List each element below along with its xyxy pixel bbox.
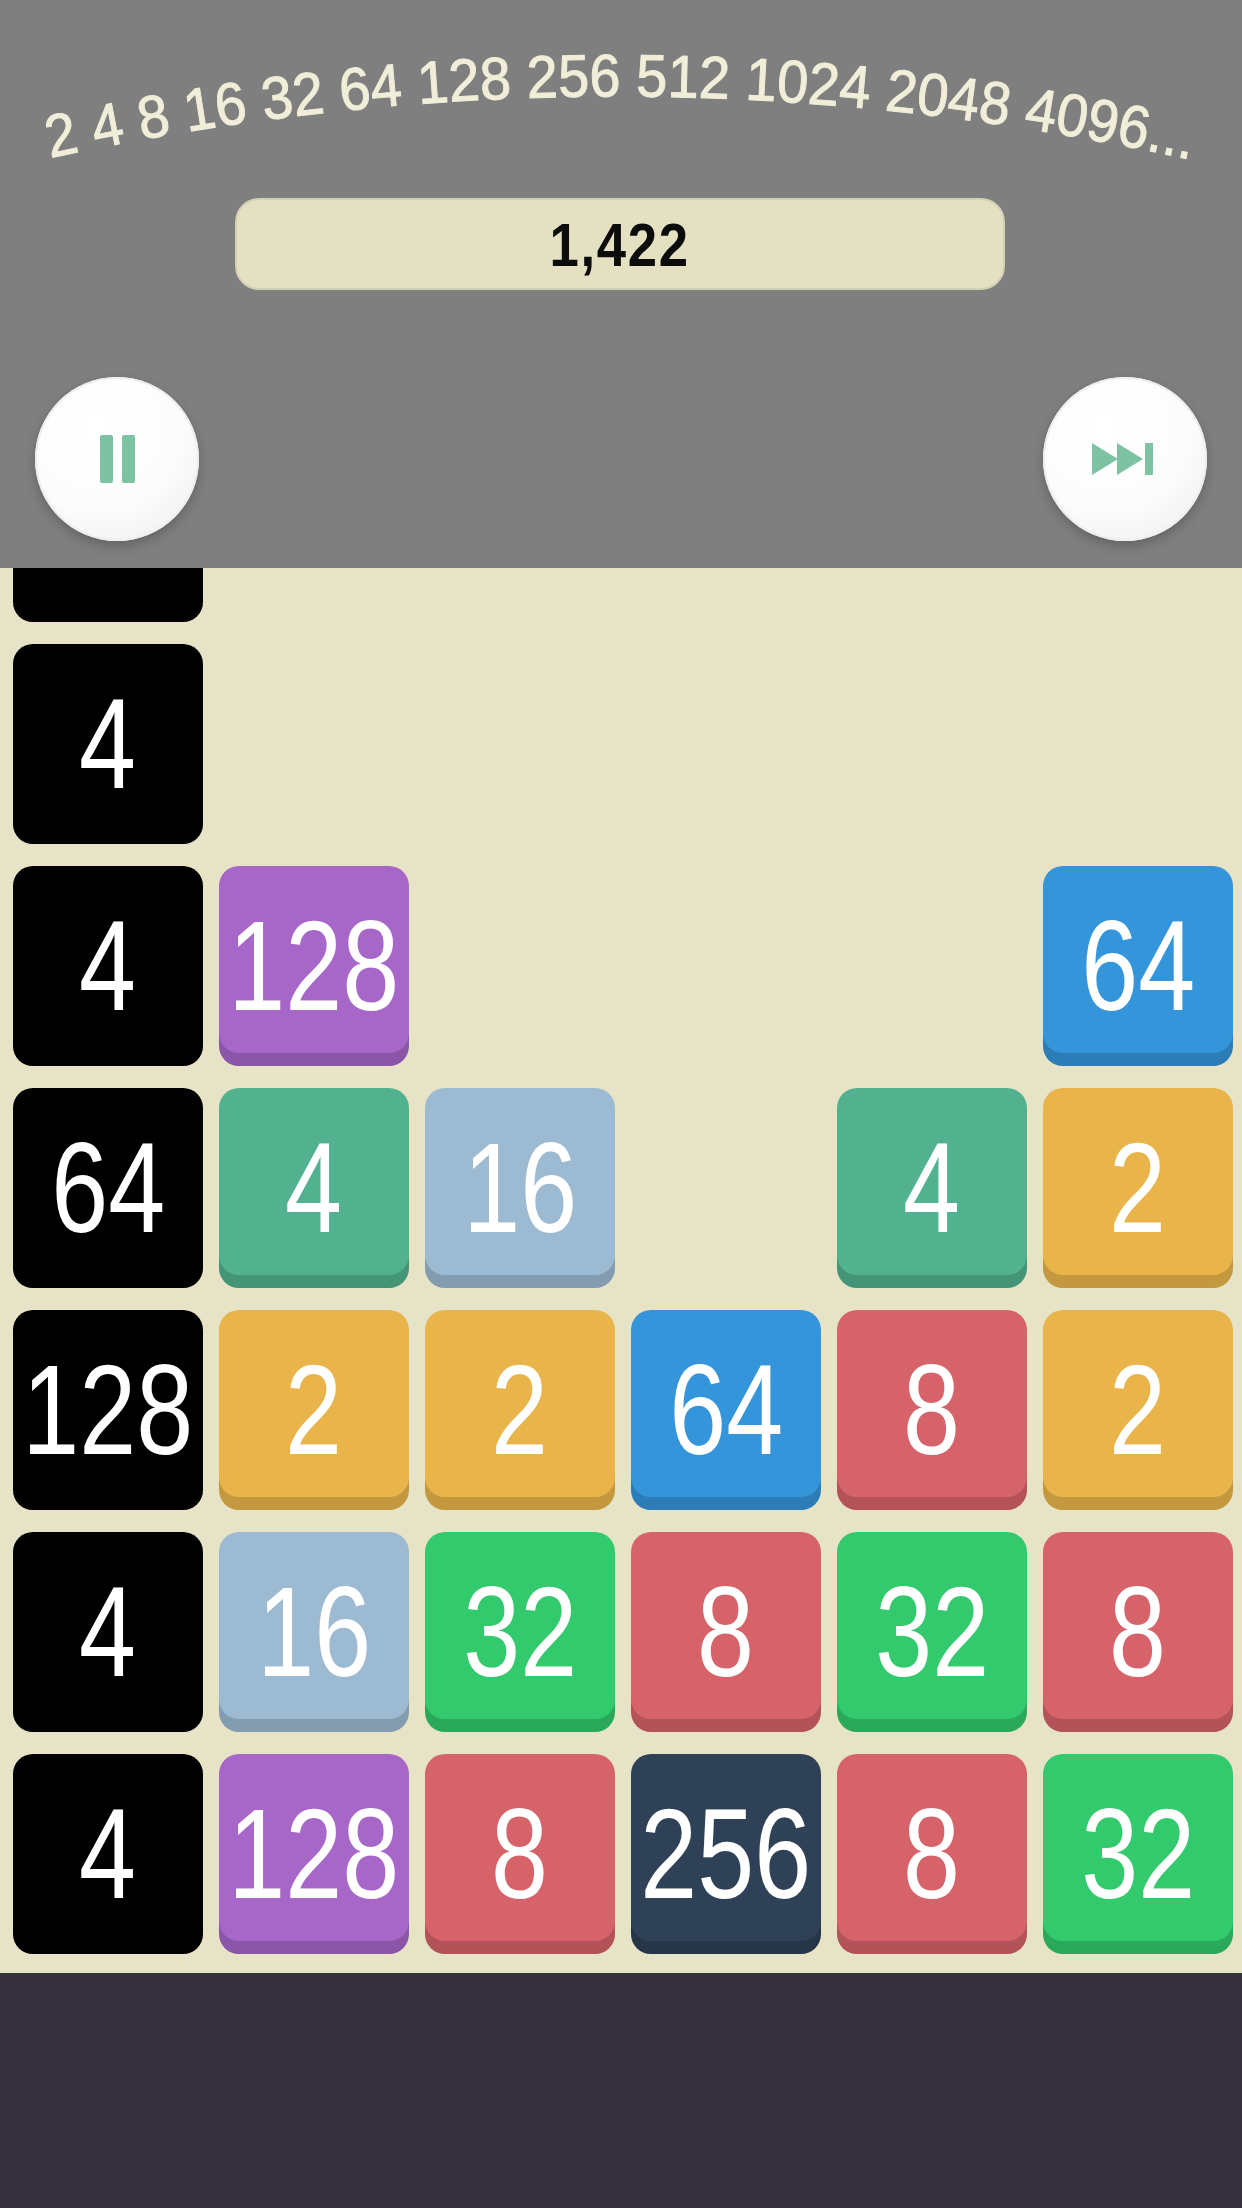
tile-value: 128 <box>229 1790 400 1918</box>
tile-value: 4 <box>80 902 137 1030</box>
tile-r5c3-8[interactable]: 8 <box>631 1532 821 1732</box>
tile-r4c2-2[interactable]: 2 <box>425 1310 615 1510</box>
tile-r6c5-32[interactable]: 32 <box>1043 1754 1233 1954</box>
score-box: 1,422 <box>235 198 1005 290</box>
tile-r2c5-64[interactable]: 64 <box>1043 866 1233 1066</box>
tile-r3c5-2[interactable]: 2 <box>1043 1088 1233 1288</box>
fast-forward-icon <box>1092 442 1158 476</box>
tile-r5c4-32[interactable]: 32 <box>837 1532 1027 1732</box>
tile-r0c0-hidden[interactable] <box>13 568 203 622</box>
tile-r5c5-8[interactable]: 8 <box>1043 1532 1233 1732</box>
tile-value: 16 <box>463 1124 577 1252</box>
title-arc: 2 4 8 16 32 64 128 256 512 1024 2048 409… <box>0 0 1242 230</box>
pause-button[interactable] <box>35 377 199 541</box>
tile-r4c4-8[interactable]: 8 <box>837 1310 1027 1510</box>
tile-r5c2-32[interactable]: 32 <box>425 1532 615 1732</box>
tile-r3c2-16[interactable]: 16 <box>425 1088 615 1288</box>
tile-r6c1-128[interactable]: 128 <box>219 1754 409 1954</box>
tile-value: 8 <box>698 1568 755 1696</box>
tile-r4c3-64[interactable]: 64 <box>631 1310 821 1510</box>
tile-r6c0-4[interactable]: 4 <box>13 1754 203 1954</box>
tile-value: 2 <box>1110 1346 1167 1474</box>
pause-icon <box>100 435 135 483</box>
tile-r4c0-128[interactable]: 128 <box>13 1310 203 1510</box>
tile-value: 8 <box>904 1790 961 1918</box>
tile-value: 32 <box>875 1568 989 1696</box>
tile-r4c1-2[interactable]: 2 <box>219 1310 409 1510</box>
tile-value: 2 <box>286 1346 343 1474</box>
fast-forward-button[interactable] <box>1043 377 1207 541</box>
tile-value: 32 <box>1081 1790 1195 1918</box>
tile-value: 128 <box>229 902 400 1030</box>
tile-value: 64 <box>1081 902 1195 1030</box>
tile-value: 4 <box>80 680 137 808</box>
tile-r3c0-64[interactable]: 64 <box>13 1088 203 1288</box>
header: 2 4 8 16 32 64 128 256 512 1024 2048 409… <box>0 0 1242 568</box>
tile-value: 8 <box>492 1790 549 1918</box>
tile-r5c0-4[interactable]: 4 <box>13 1532 203 1732</box>
title-arc-text: 2 4 8 16 32 64 128 256 512 1024 2048 409… <box>39 42 1203 172</box>
tile-r3c1-4[interactable]: 4 <box>219 1088 409 1288</box>
tile-r5c1-16[interactable]: 16 <box>219 1532 409 1732</box>
score-value: 1,422 <box>550 209 690 280</box>
tile-value: 2 <box>1110 1124 1167 1252</box>
tile-value: 128 <box>23 1346 194 1474</box>
tile-r2c0-4[interactable]: 4 <box>13 866 203 1066</box>
tile-value: 64 <box>669 1346 783 1474</box>
tile-value: 16 <box>257 1568 371 1696</box>
tile-r2c1-128[interactable]: 128 <box>219 866 409 1066</box>
tile-value: 256 <box>641 1790 812 1918</box>
tile-value: 8 <box>1110 1568 1167 1696</box>
tile-value: 2 <box>492 1346 549 1474</box>
tile-value: 32 <box>463 1568 577 1696</box>
tile-value: 4 <box>286 1124 343 1252</box>
tile-r1c0-4[interactable]: 4 <box>13 644 203 844</box>
tile-value: 64 <box>51 1124 165 1252</box>
tile-r6c2-8[interactable]: 8 <box>425 1754 615 1954</box>
bottom-bar <box>0 1973 1242 2208</box>
tile-r4c5-2[interactable]: 2 <box>1043 1310 1233 1510</box>
tile-value: 4 <box>80 1790 137 1918</box>
tile-value: 4 <box>80 1568 137 1696</box>
tile-value: 8 <box>904 1346 961 1474</box>
tile-r3c4-4[interactable]: 4 <box>837 1088 1027 1288</box>
tile-r6c3-256[interactable]: 256 <box>631 1754 821 1954</box>
tile-value: 4 <box>904 1124 961 1252</box>
tile-r6c4-8[interactable]: 8 <box>837 1754 1027 1954</box>
svg-text:2 4 8 16 32 64 128 256 512 102: 2 4 8 16 32 64 128 256 512 1024 2048 409… <box>39 42 1203 172</box>
game-screen: 2 4 8 16 32 64 128 256 512 1024 2048 409… <box>0 0 1242 2208</box>
board[interactable]: 4412864644164212822648241632832841288256… <box>0 568 1242 1973</box>
